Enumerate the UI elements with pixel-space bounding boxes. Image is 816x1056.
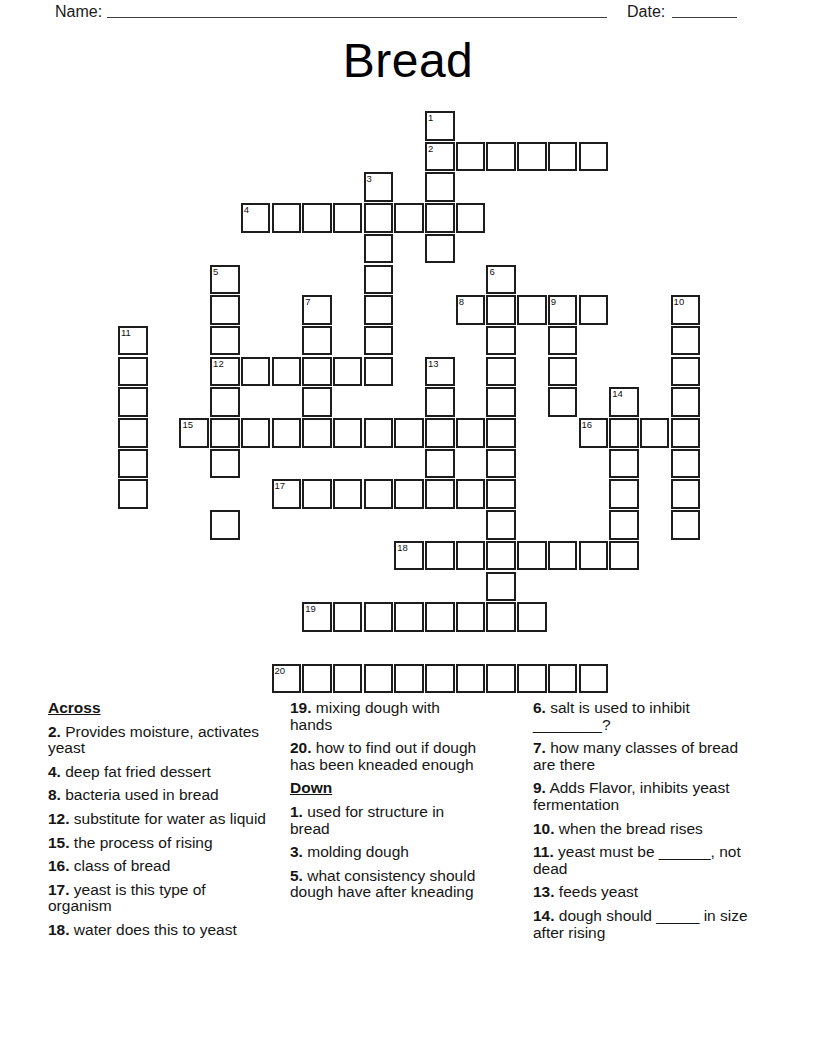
grid-cell-r10c3[interactable] (210, 418, 240, 448)
grid-cell-r16c11[interactable] (456, 602, 486, 632)
grid-cell-r7c18[interactable] (671, 326, 701, 356)
grid-cell-r10c17[interactable] (640, 418, 670, 448)
grid-cell-r15c12[interactable] (486, 572, 516, 602)
grid-cell-r12c6[interactable] (302, 479, 332, 509)
grid-cell-r9c6[interactable] (302, 387, 332, 417)
grid-cell-r11c10[interactable] (425, 449, 455, 479)
grid-cell-r8c5[interactable] (272, 357, 302, 387)
grid-cell-r11c16[interactable] (609, 449, 639, 479)
clue-number-label: 5. (290, 867, 303, 884)
grid-cell-r12c16[interactable] (609, 479, 639, 509)
clue-number-label: 16. (48, 857, 70, 874)
worksheet-page: { "game": "crossword", "title": "Bread",… (0, 0, 816, 1056)
grid-cell-r1c13[interactable] (517, 142, 547, 172)
grid-cell-r18c8[interactable] (364, 664, 394, 694)
grid-cell-r10c12[interactable] (486, 418, 516, 448)
clue-down-1: 1. used for structure in bread (290, 804, 482, 837)
clue-number-7: 7 (305, 297, 310, 307)
grid-cell-r4c10[interactable] (425, 234, 455, 264)
grid-cell-r7c8[interactable] (364, 326, 394, 356)
grid-cell-r10c6[interactable] (302, 418, 332, 448)
clue-number-label: 3. (290, 843, 303, 860)
clue-number-label: 4. (48, 763, 61, 780)
clue-down-7: 7. how many classes of bread are there (533, 740, 749, 773)
clue-number-label: 20. (290, 739, 312, 756)
clue-down-6: 6. salt is used to inhibit ________? (533, 700, 749, 733)
grid-cell-r11c12[interactable] (486, 449, 516, 479)
clue-number-10: 10 (674, 297, 685, 307)
grid-cell-r18c14[interactable] (548, 664, 578, 694)
clue-across-20: 20. how to find out if dough has been kn… (290, 740, 482, 773)
clue-number-20: 20 (275, 666, 286, 676)
grid-cell-r2c10[interactable] (425, 172, 455, 202)
grid-cell-r18c6[interactable] (302, 664, 332, 694)
grid-cell-r14c10[interactable] (425, 541, 455, 571)
clue-number-9: 9 (551, 297, 556, 307)
grid-cell-r16c10[interactable] (425, 602, 455, 632)
grid-cell-r12c7[interactable] (333, 479, 363, 509)
grid-cell-r3c10[interactable] (425, 203, 455, 233)
grid-cell-r8c4[interactable] (241, 357, 271, 387)
clue-number-12: 12 (213, 359, 224, 369)
clue-number-2: 2 (428, 144, 433, 154)
grid-cell-r10c4[interactable] (241, 418, 271, 448)
clue-number-6: 6 (489, 267, 494, 277)
clue-number-17: 17 (275, 481, 286, 491)
clue-number-label: 10. (533, 820, 555, 837)
grid-cell-r3c5[interactable] (272, 203, 302, 233)
grid-cell-r7c3[interactable] (210, 326, 240, 356)
clue-number-11: 11 (121, 328, 131, 338)
grid-cell-r10c9[interactable] (394, 418, 424, 448)
clue-down-10: 10. when the bread rises (533, 821, 749, 838)
clue-across-17: 17. yeast is this type of organism (48, 882, 270, 915)
grid-cell-r6c8[interactable] (364, 295, 394, 325)
clue-across-12: 12. substitute for water as liquid (48, 811, 270, 828)
grid-cell-r7c12[interactable] (486, 326, 516, 356)
grid-cell-r1c14[interactable] (548, 142, 578, 172)
grid-cell-r3c11[interactable] (456, 203, 486, 233)
clue-number-15: 15 (182, 420, 193, 430)
name-input-line[interactable] (107, 1, 607, 18)
grid-cell-r5c8[interactable] (364, 265, 394, 295)
clues-column-2: 19. mixing dough with hands20. how to fi… (290, 700, 482, 908)
grid-cell-r9c3[interactable] (210, 387, 240, 417)
clue-number-label: 14. (533, 907, 555, 924)
clue-number-label: 9. (533, 779, 546, 796)
clue-number-1: 1 (428, 113, 433, 123)
grid-cell-r9c14[interactable] (548, 387, 578, 417)
grid-cell-r16c9[interactable] (394, 602, 424, 632)
grid-cell-r3c7[interactable] (333, 203, 363, 233)
clue-down-5: 5. what consistency should dough have af… (290, 868, 482, 901)
grid-cell-r18c10[interactable] (425, 664, 455, 694)
grid-cell-r14c16[interactable] (609, 541, 639, 571)
grid-cell-r10c5[interactable] (272, 418, 302, 448)
clue-across-19: 19. mixing dough with hands (290, 700, 482, 733)
grid-cell-r13c18[interactable] (671, 510, 701, 540)
clue-number-label: 18. (48, 921, 70, 938)
grid-cell-r3c6[interactable] (302, 203, 332, 233)
grid-cell-r3c9[interactable] (394, 203, 424, 233)
clue-number-18: 18 (397, 543, 408, 553)
grid-cell-r11c3[interactable] (210, 449, 240, 479)
clue-number-4: 4 (244, 205, 249, 215)
crossword-grid: 1234567891011121314151617181920 (118, 111, 703, 696)
grid-cell-r3c8[interactable] (364, 203, 394, 233)
grid-cell-r8c18[interactable] (671, 357, 701, 387)
grid-cell-r14c14[interactable] (548, 541, 578, 571)
clue-number-5: 5 (213, 267, 218, 277)
clue-down-3: 3. molding dough (290, 844, 482, 861)
clue-number-label: 8. (48, 786, 61, 803)
date-input-line[interactable] (672, 1, 737, 18)
grid-cell-r8c14[interactable] (548, 357, 578, 387)
grid-cell-r12c10[interactable] (425, 479, 455, 509)
clue-down-14: 14. dough should _____ in size after ris… (533, 908, 749, 941)
clue-across-16: 16. class of bread (48, 858, 270, 875)
grid-cell-r18c7[interactable] (333, 664, 363, 694)
clue-down-9: 9. Adds Flavor, inhibits yeast fermentat… (533, 780, 749, 813)
grid-cell-r6c13[interactable] (517, 295, 547, 325)
grid-cell-r8c12[interactable] (486, 357, 516, 387)
grid-cell-r6c15[interactable] (579, 295, 609, 325)
clue-number-label: 17. (48, 881, 70, 898)
clue-number-label: 12. (48, 810, 70, 827)
clue-number-label: 6. (533, 699, 546, 716)
grid-cell-r16c13[interactable] (517, 602, 547, 632)
grid-cell-r12c8[interactable] (364, 479, 394, 509)
grid-cell-r8c8[interactable] (364, 357, 394, 387)
name-label: Name: (55, 3, 102, 21)
grid-cell-r10c18[interactable] (671, 418, 701, 448)
grid-cell-r10c8[interactable] (364, 418, 394, 448)
across-heading: Across (48, 700, 270, 717)
clue-down-11: 11. yeast must be ______, not dead (533, 844, 749, 877)
grid-cell-r14c12[interactable] (486, 541, 516, 571)
grid-cell-r7c6[interactable] (302, 326, 332, 356)
grid-cell-r9c12[interactable] (486, 387, 516, 417)
clue-number-3: 3 (367, 174, 372, 184)
grid-cell-r8c7[interactable] (333, 357, 363, 387)
grid-cell-r16c12[interactable] (486, 602, 516, 632)
grid-cell-r4c8[interactable] (364, 234, 394, 264)
clue-across-2: 2. Provides moisture, activates yeast (48, 724, 270, 757)
clue-number-label: 19. (290, 699, 312, 716)
clue-number-label: 11. (533, 843, 554, 860)
puzzle-title: Bread (0, 33, 816, 88)
grid-cell-r10c7[interactable] (333, 418, 363, 448)
grid-cell-r13c16[interactable] (609, 510, 639, 540)
grid-cell-r7c14[interactable] (548, 326, 578, 356)
clue-number-label: 13. (533, 883, 555, 900)
clue-down-13: 13. feeds yeast (533, 884, 749, 901)
grid-cell-r10c10[interactable] (425, 418, 455, 448)
grid-cell-r6c12[interactable] (486, 295, 516, 325)
grid-cell-r12c0[interactable] (118, 479, 148, 509)
grid-cell-r1c15[interactable] (579, 142, 609, 172)
date-label: Date: (627, 3, 665, 21)
grid-cell-r12c9[interactable] (394, 479, 424, 509)
grid-cell-r6c3[interactable] (210, 295, 240, 325)
clue-number-8: 8 (459, 297, 464, 307)
grid-cell-r14c11[interactable] (456, 541, 486, 571)
grid-cell-r18c11[interactable] (456, 664, 486, 694)
clue-number-label: 1. (290, 803, 303, 820)
grid-cell-r14c15[interactable] (579, 541, 609, 571)
grid-cell-r16c7[interactable] (333, 602, 363, 632)
grid-cell-r11c0[interactable] (118, 449, 148, 479)
grid-cell-r18c9[interactable] (394, 664, 424, 694)
clue-number-19: 19 (305, 604, 316, 614)
grid-cell-r11c18[interactable] (671, 449, 701, 479)
clue-number-16: 16 (582, 420, 593, 430)
grid-cell-r16c8[interactable] (364, 602, 394, 632)
clues-column-1: Across2. Provides moisture, activates ye… (48, 700, 270, 946)
clue-number-14: 14 (612, 389, 623, 399)
clue-number-label: 15. (48, 834, 70, 851)
grid-cell-r1c11[interactable] (456, 142, 486, 172)
grid-cell-r18c13[interactable] (517, 664, 547, 694)
grid-cell-r10c16[interactable] (609, 418, 639, 448)
clue-across-18: 18. water does this to yeast (48, 922, 270, 939)
grid-cell-r13c12[interactable] (486, 510, 516, 540)
grid-cell-r14c13[interactable] (517, 541, 547, 571)
clue-number-label: 2. (48, 723, 61, 740)
clue-across-4: 4. deep fat fried dessert (48, 764, 270, 781)
grid-cell-r8c0[interactable] (118, 357, 148, 387)
clue-across-15: 15. the process of rising (48, 835, 270, 852)
grid-cell-r18c12[interactable] (486, 664, 516, 694)
grid-cell-r9c18[interactable] (671, 387, 701, 417)
grid-cell-r10c0[interactable] (118, 418, 148, 448)
grid-cell-r9c0[interactable] (118, 387, 148, 417)
clue-number-label: 7. (533, 739, 546, 756)
grid-cell-r12c12[interactable] (486, 479, 516, 509)
clue-number-13: 13 (428, 359, 439, 369)
down-heading: Down (290, 780, 482, 797)
clue-across-8: 8. bacteria used in bread (48, 787, 270, 804)
grid-cell-r8c6[interactable] (302, 357, 332, 387)
grid-cell-r9c10[interactable] (425, 387, 455, 417)
clues-column-3: 6. salt is used to inhibit ________?7. h… (533, 700, 749, 948)
grid-cell-r13c3[interactable] (210, 510, 240, 540)
grid-cell-r1c12[interactable] (486, 142, 516, 172)
grid-cell-r12c18[interactable] (671, 479, 701, 509)
grid-cell-r18c15[interactable] (579, 664, 609, 694)
grid-cell-r12c11[interactable] (456, 479, 486, 509)
grid-cell-r10c11[interactable] (456, 418, 486, 448)
